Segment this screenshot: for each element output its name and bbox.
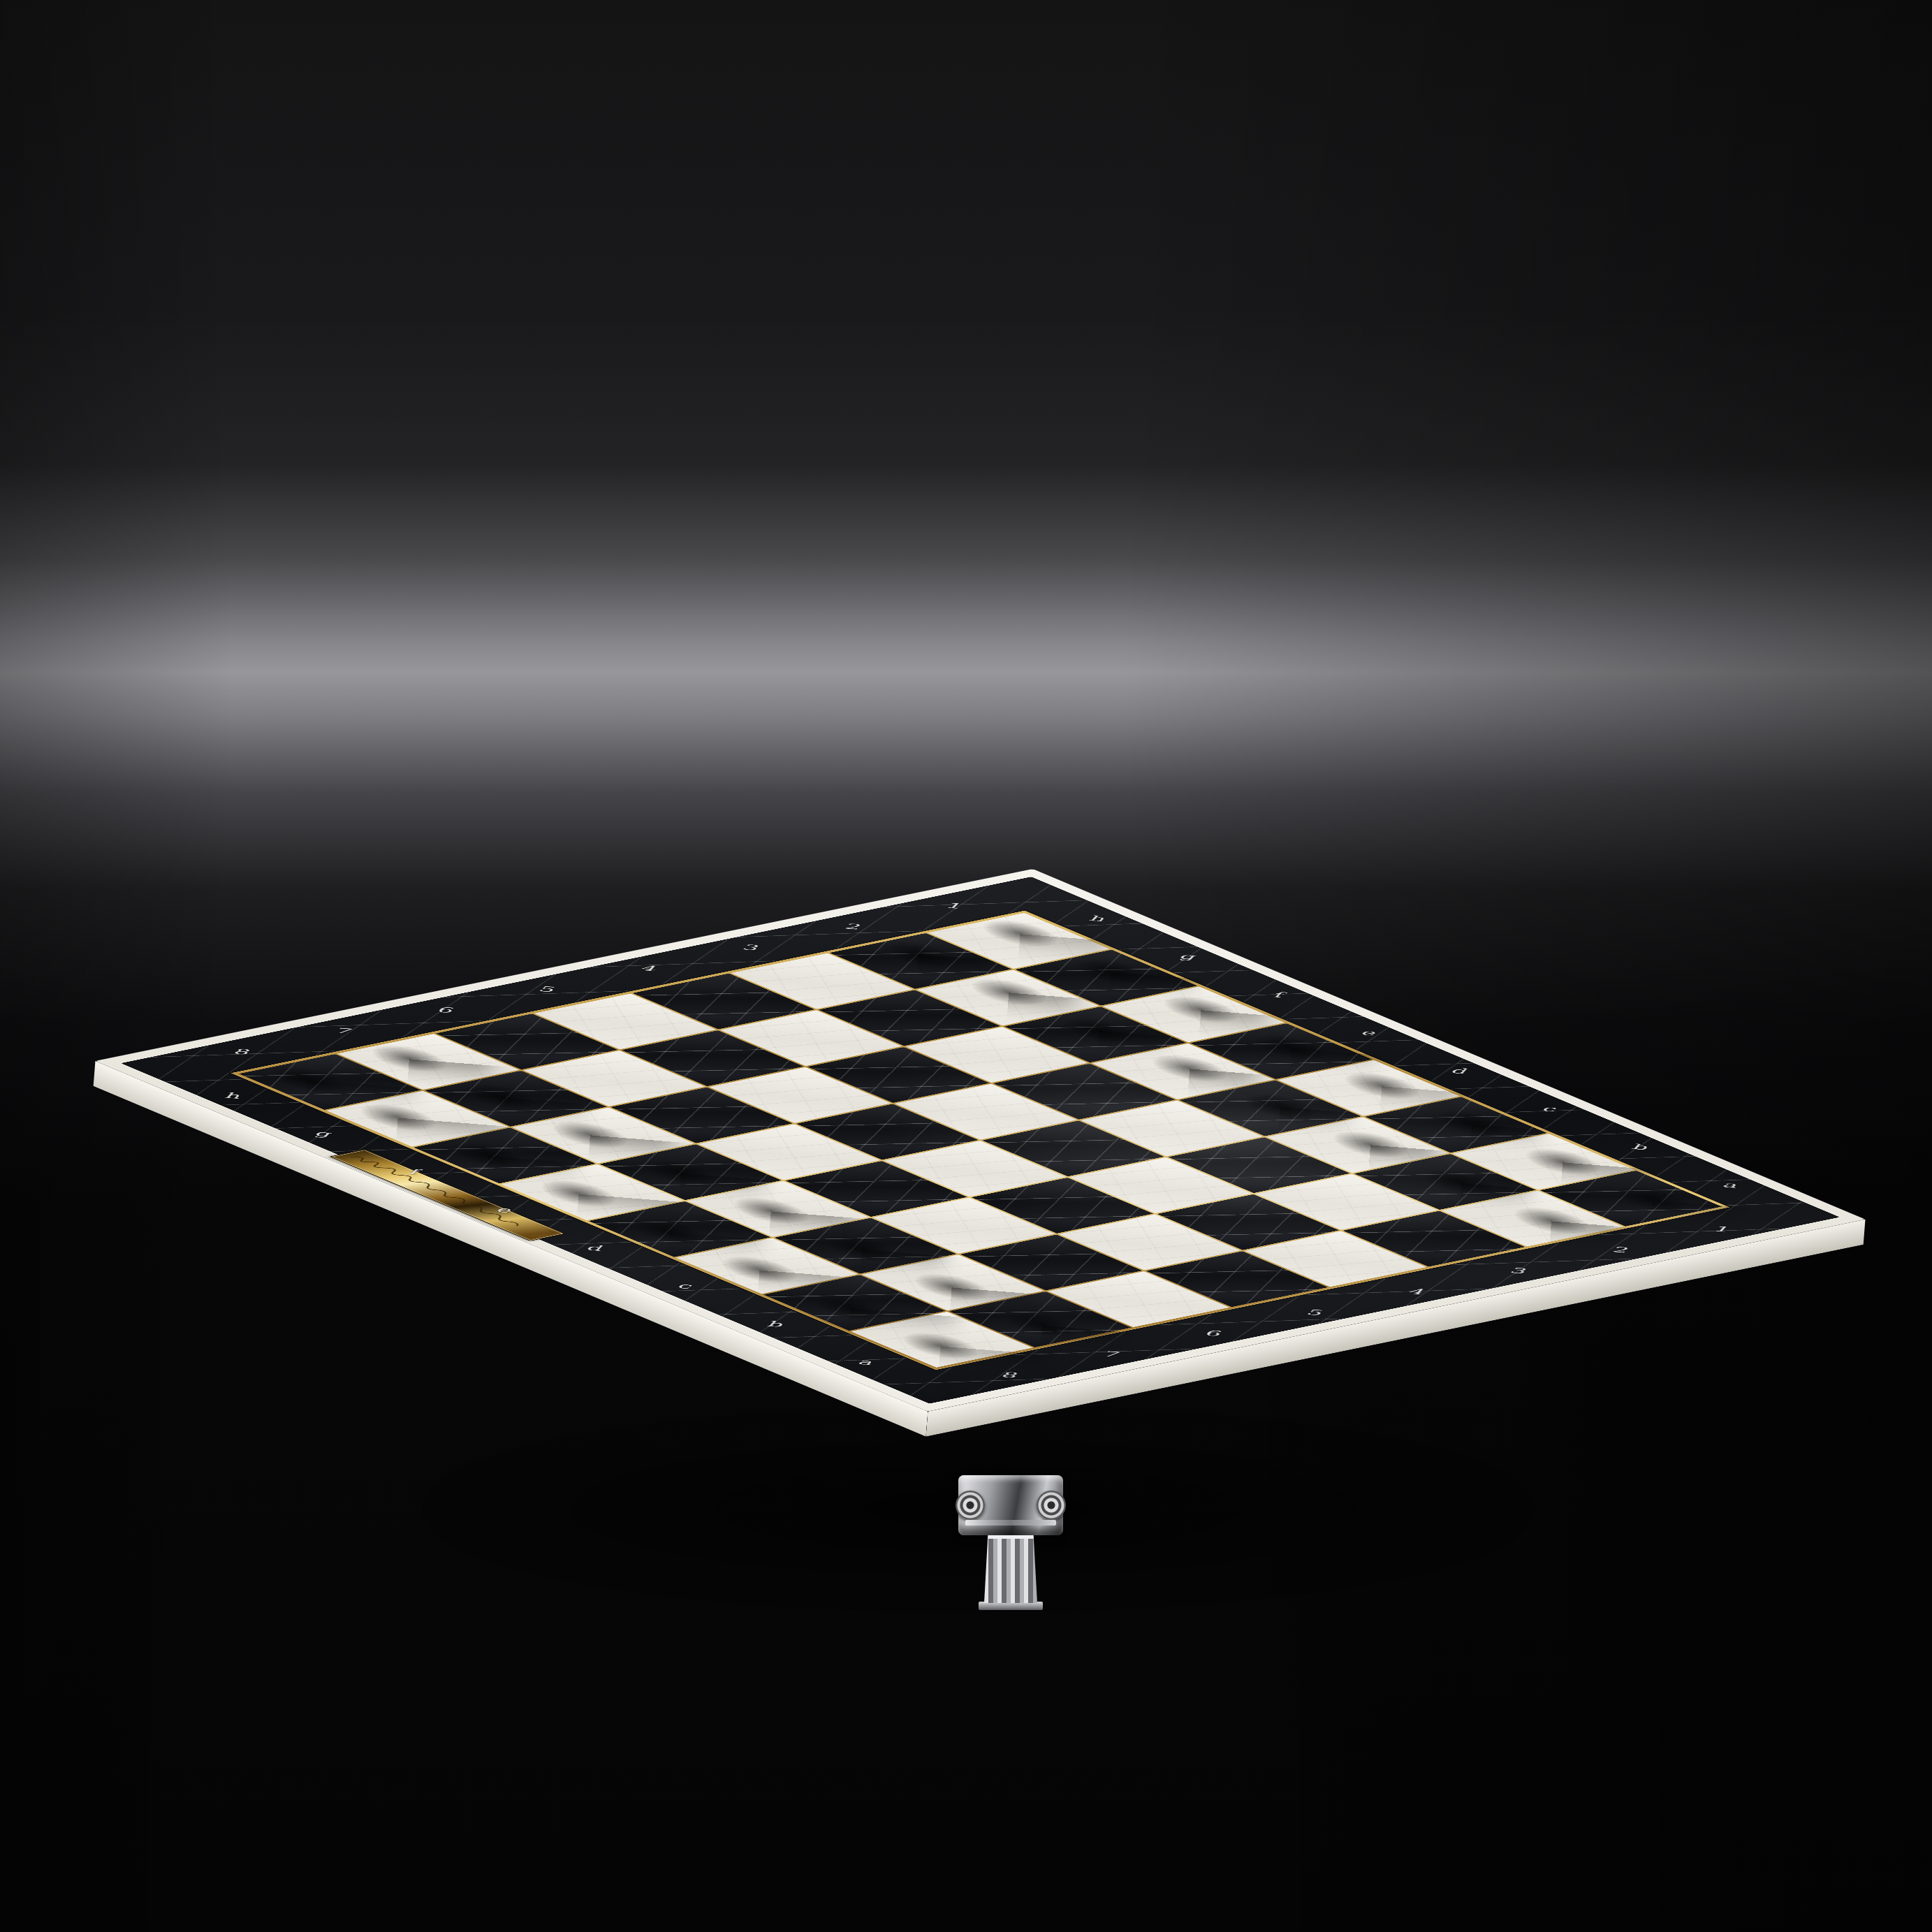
rank-label-left-1: 1 bbox=[945, 900, 961, 910]
scene-3d: hhggffeeddccbbaa1122334455667788 ♜♞♝♛♚♝♞… bbox=[0, 0, 1932, 1932]
rank-label-right-6: 6 bbox=[1203, 1329, 1220, 1338]
file-label-top-h: h bbox=[1088, 914, 1104, 923]
capital-band bbox=[965, 1520, 1056, 1525]
rank-label-right-1: 1 bbox=[1713, 1224, 1729, 1234]
volute-spiral-icon bbox=[1037, 1491, 1066, 1520]
file-label-top-e: e bbox=[1360, 1027, 1375, 1037]
volute-spiral-icon bbox=[956, 1491, 985, 1520]
square-b4[interactable] bbox=[1157, 1194, 1339, 1250]
chess-board: hhggffeeddccbbaa1122334455667788 ♜♞♝♛♚♝♞… bbox=[95, 869, 1865, 1412]
file-label-bottom-a: a bbox=[857, 1357, 872, 1367]
rank-label-right-2: 2 bbox=[1611, 1245, 1627, 1254]
rank-label-right-3: 3 bbox=[1509, 1266, 1525, 1275]
square-a5[interactable] bbox=[1146, 1251, 1328, 1307]
rank-label-right-8: 8 bbox=[1000, 1370, 1016, 1380]
rank-label-right-5: 5 bbox=[1305, 1308, 1322, 1317]
square-a3[interactable] bbox=[1343, 1211, 1525, 1267]
file-label-top-f: f bbox=[1272, 990, 1282, 999]
column-capital-foot bbox=[958, 1475, 1063, 1612]
file-label-top-g: g bbox=[1178, 951, 1194, 961]
camera-roll: hhggffeeddccbbaa1122334455667788 ♜♞♝♛♚♝♞… bbox=[0, 0, 1932, 1932]
product-photo-stage: hhggffeeddccbbaa1122334455667788 ♜♞♝♛♚♝♞… bbox=[0, 0, 1932, 1932]
capital-block bbox=[958, 1475, 1063, 1535]
rank-label-right-4: 4 bbox=[1407, 1287, 1424, 1296]
square-a4[interactable] bbox=[1245, 1231, 1426, 1287]
square-b3[interactable] bbox=[1256, 1174, 1437, 1230]
fluted-shaft bbox=[984, 1535, 1037, 1603]
